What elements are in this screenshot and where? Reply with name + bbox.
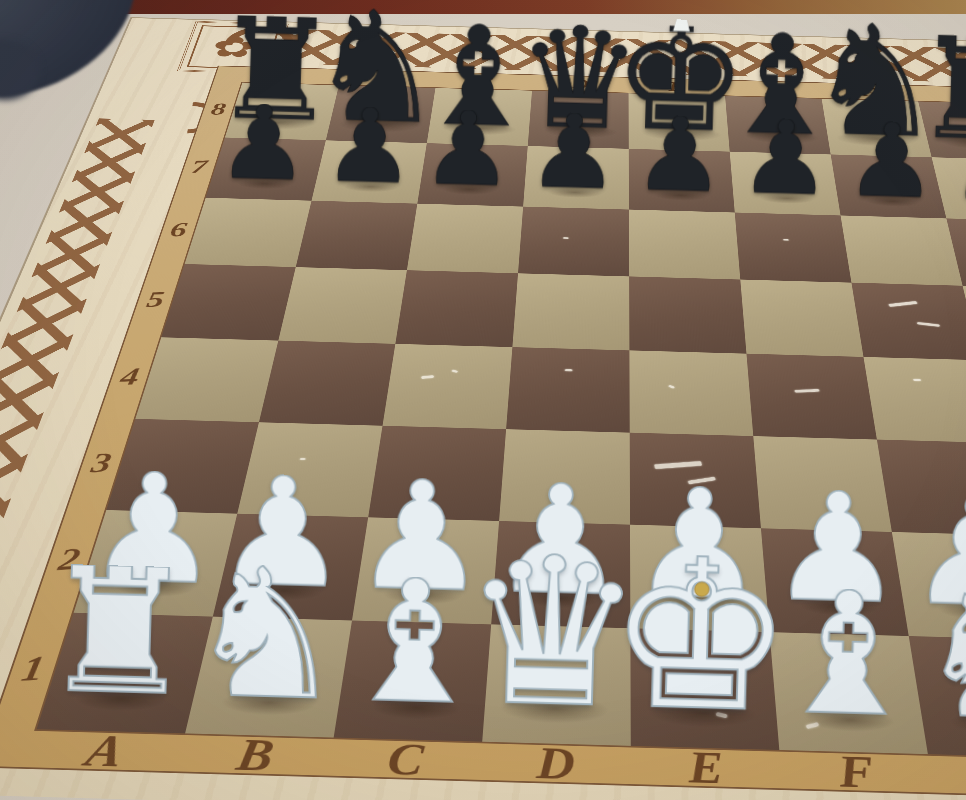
square-e2[interactable] (630, 525, 770, 633)
square-f6[interactable] (735, 213, 852, 283)
square-a7[interactable] (206, 138, 326, 201)
square-d5[interactable] (512, 273, 629, 350)
square-e4[interactable] (629, 350, 753, 436)
square-d8[interactable] (528, 91, 629, 149)
square-g7[interactable] (831, 154, 947, 218)
file-label-top-f: F (764, 82, 782, 97)
scuff-mark (783, 239, 789, 240)
square-a5[interactable] (161, 264, 295, 341)
square-d7[interactable] (523, 146, 629, 210)
square-b5[interactable] (278, 267, 407, 344)
file-label-bottom-c: C (385, 733, 426, 785)
scuff-mark (300, 458, 306, 460)
square-d6[interactable] (518, 207, 629, 277)
square-d4[interactable] (506, 347, 630, 433)
rank-label-7: 7 (190, 156, 209, 177)
file-label-bottom-d: D (536, 738, 576, 791)
square-g8[interactable] (822, 99, 932, 157)
square-c8[interactable] (427, 88, 532, 146)
square-f3[interactable] (753, 436, 892, 532)
square-g6[interactable] (841, 215, 963, 285)
scuff-mark (913, 379, 921, 381)
square-b7[interactable] (312, 140, 427, 203)
square-a3[interactable] (106, 419, 259, 514)
square-d3[interactable] (499, 429, 630, 524)
square-c6[interactable] (407, 204, 523, 274)
square-d1[interactable] (482, 624, 631, 745)
scuff-mark (565, 369, 573, 371)
square-b1[interactable] (185, 617, 352, 738)
file-label-bottom-f: F (836, 746, 877, 799)
white-cone-finial (673, 1, 691, 31)
board-margin: ✿ AABBCCDDEEFFGGHH87654321 (0, 17, 966, 800)
square-c2[interactable] (352, 517, 499, 624)
square-b6[interactable] (296, 201, 418, 271)
chessboard-scene: ✿ AABBCCDDEEFFGGHH87654321 ♜♞♝♛♚♝♞♜♟♟♟♟♟… (0, 0, 966, 800)
square-a8[interactable] (225, 83, 339, 141)
square-c1[interactable] (334, 620, 492, 741)
square-c5[interactable] (395, 270, 518, 347)
square-g4[interactable] (863, 357, 966, 443)
square-f2[interactable] (761, 528, 909, 636)
scuff-mark (956, 600, 965, 603)
square-f7[interactable] (730, 152, 841, 216)
photo-stage: ✿ AABBCCDDEEFFGGHH87654321 ♜♞♝♛♚♝♞♜♟♟♟♟♟… (0, 0, 966, 800)
chessboard: ✿ AABBCCDDEEFFGGHH87654321 ♜♞♝♛♚♝♞♜♟♟♟♟♟… (0, 17, 966, 800)
square-g3[interactable] (877, 440, 966, 536)
square-e8[interactable] (629, 93, 730, 151)
square-f5[interactable] (740, 280, 863, 357)
square-b2[interactable] (213, 514, 368, 621)
square-e5[interactable] (629, 276, 746, 353)
square-d2[interactable] (491, 521, 630, 628)
scuff-mark (563, 237, 569, 238)
square-f8[interactable] (725, 96, 831, 154)
square-c4[interactable] (383, 344, 513, 429)
square-b3[interactable] (237, 422, 382, 517)
square-a4[interactable] (135, 337, 278, 422)
rank-label-6: 6 (168, 218, 188, 241)
file-label-top-c: C (476, 74, 494, 89)
square-f4[interactable] (746, 354, 876, 440)
square-e7[interactable] (629, 149, 735, 213)
square-f1[interactable] (770, 632, 928, 754)
file-label-bottom-e: E (687, 742, 724, 795)
square-c3[interactable] (368, 426, 506, 521)
rank-label-8: 8 (210, 99, 228, 118)
file-label-top-b: B (379, 71, 398, 86)
square-a6[interactable] (185, 198, 312, 267)
square-e6[interactable] (629, 210, 740, 280)
file-label-top-e: E (668, 79, 684, 94)
square-g5[interactable] (851, 283, 966, 361)
file-label-top-g: G (858, 84, 878, 100)
square-b8[interactable] (326, 85, 436, 143)
square-b4[interactable] (259, 341, 395, 426)
file-label-top-d: D (572, 76, 590, 91)
square-e1[interactable] (630, 628, 779, 750)
square-c7[interactable] (417, 143, 527, 206)
